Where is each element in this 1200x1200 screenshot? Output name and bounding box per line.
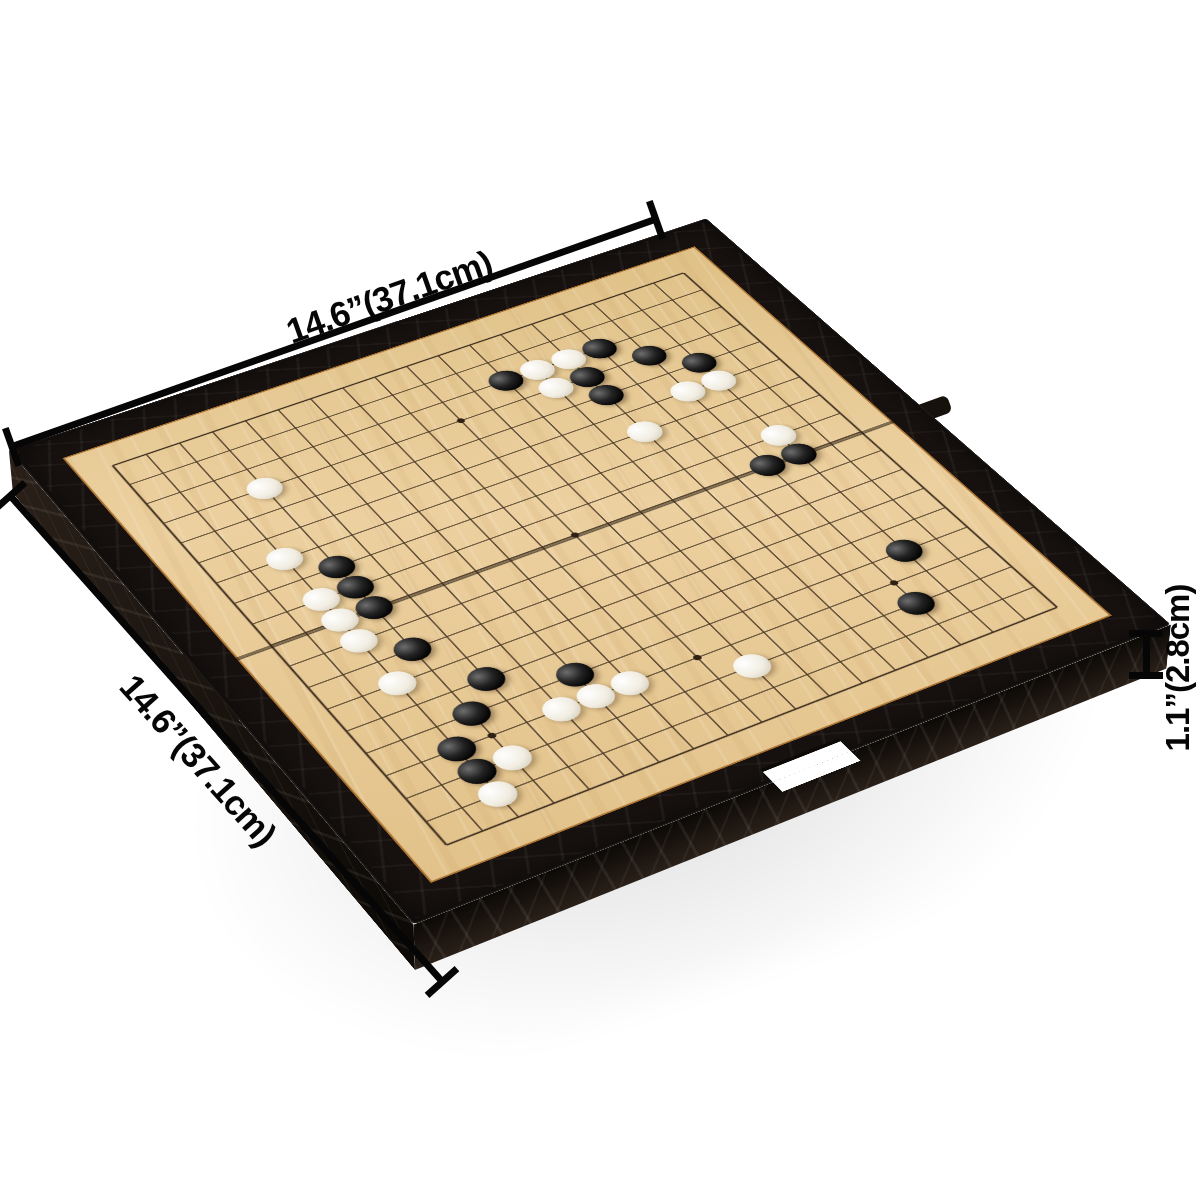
- star-point: [455, 418, 466, 424]
- stone-black: [451, 754, 504, 788]
- stone-white: [535, 693, 587, 726]
- stone-white: [333, 625, 384, 657]
- stone-black: [330, 572, 380, 603]
- stone-black: [446, 697, 498, 730]
- stone-black: [430, 732, 483, 766]
- stone-black: [387, 633, 438, 665]
- go-board: [9, 218, 1171, 924]
- thickness-bracket-tick-top: [1129, 630, 1163, 637]
- stone-white: [471, 777, 525, 812]
- star-point: [569, 532, 580, 539]
- star-point: [888, 579, 900, 586]
- thickness-bracket-tick-bottom: [1129, 672, 1163, 679]
- stone-white: [296, 584, 346, 615]
- stone-black: [549, 658, 601, 691]
- stone-black: [312, 552, 362, 583]
- stone-black: [460, 663, 512, 696]
- stone-white: [315, 604, 366, 636]
- board-scene: [110, 70, 1040, 1000]
- stone-white: [486, 741, 539, 775]
- stone-white: [604, 667, 656, 700]
- stone-black: [349, 592, 400, 623]
- star-point: [486, 732, 498, 740]
- thickness-dimension-label: 1.1”(2.8cm): [1159, 585, 1197, 752]
- stone-black: [890, 588, 942, 619]
- stone-white: [726, 650, 778, 682]
- stone-black: [879, 536, 930, 566]
- star-point: [692, 654, 704, 661]
- star-point: [369, 604, 380, 611]
- stone-white: [570, 680, 622, 713]
- board-frame: [9, 218, 1171, 924]
- stone-white: [260, 544, 310, 574]
- product-photo: 14.6”(37.1cm) 14.6”(37.1cm) 1.1”(2.8cm): [0, 0, 1200, 1200]
- stone-white: [371, 667, 423, 700]
